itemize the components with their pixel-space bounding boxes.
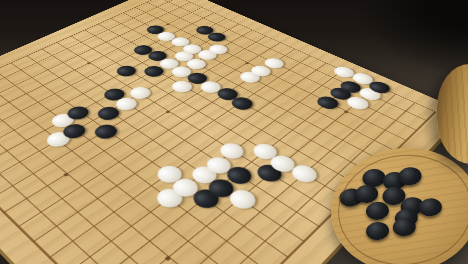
captured-black-stone[interactable] [399, 196, 424, 216]
captured-black-stone[interactable] [397, 166, 422, 186]
captured-black-stone[interactable] [338, 187, 363, 207]
captured-black-stone[interactable] [365, 201, 390, 221]
captured-black-stone[interactable] [391, 217, 416, 237]
captured-black-stone[interactable] [393, 208, 418, 228]
stone-bowl[interactable] [437, 64, 468, 164]
captured-black-stone[interactable] [361, 168, 386, 188]
captured-black-stone[interactable] [382, 171, 407, 191]
captured-black-stone[interactable] [354, 184, 379, 204]
captured-black-stone[interactable] [417, 197, 442, 217]
scene [0, 0, 468, 264]
captured-black-stone[interactable] [365, 221, 390, 241]
captured-black-stone[interactable] [381, 186, 406, 206]
